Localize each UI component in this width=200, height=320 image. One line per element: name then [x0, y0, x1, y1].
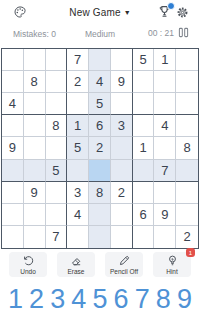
chevron-down-icon: ▼ — [124, 8, 131, 16]
cell-r4c8[interactable]: 4 — [154, 115, 176, 137]
cell-r2c5[interactable]: 4 — [89, 71, 111, 93]
cell-r6c3[interactable]: 5 — [46, 160, 68, 182]
numpad-digit-4[interactable]: 4 — [71, 286, 86, 313]
cell-r8c3[interactable] — [46, 204, 68, 226]
numpad-digit-2[interactable]: 2 — [29, 286, 44, 313]
cell-r6c4[interactable] — [67, 160, 89, 182]
cell-r3c3[interactable] — [46, 93, 68, 115]
eraser-icon — [70, 254, 83, 267]
cell-r3c9[interactable] — [176, 93, 198, 115]
cell-r9c7[interactable] — [133, 226, 155, 248]
hint-button[interactable]: Hint 1 — [153, 252, 191, 277]
cell-r3c4[interactable] — [67, 93, 89, 115]
cell-r5c5[interactable]: 2 — [89, 137, 111, 159]
pencil-label: Pencil Off — [110, 268, 138, 275]
cell-r9c2[interactable] — [24, 226, 46, 248]
cell-r5c9[interactable]: 8 — [176, 137, 198, 159]
numpad-digit-8[interactable]: 8 — [156, 286, 171, 313]
cell-r1c2[interactable] — [24, 49, 46, 71]
cell-r2c7[interactable] — [133, 71, 155, 93]
cell-r1c1[interactable] — [2, 49, 24, 71]
number-pad: 123456789 — [0, 282, 200, 316]
cell-r5c3[interactable] — [46, 137, 68, 159]
numpad-digit-1[interactable]: 1 — [8, 286, 23, 313]
cell-r7c4[interactable]: 3 — [67, 182, 89, 204]
cell-r8c8[interactable]: 9 — [154, 204, 176, 226]
pencil-toggle-button[interactable]: Pencil Off — [105, 252, 143, 277]
pause-button[interactable] — [178, 27, 189, 38]
undo-icon — [22, 254, 35, 267]
cell-r1c7[interactable]: 5 — [133, 49, 155, 71]
lightbulb-icon — [166, 254, 179, 267]
cell-r5c1[interactable]: 9 — [2, 137, 24, 159]
cell-r9c9[interactable]: 2 — [176, 226, 198, 248]
cell-r2c2[interactable]: 8 — [24, 71, 46, 93]
cell-r7c1[interactable] — [2, 182, 24, 204]
cell-r8c5[interactable] — [89, 204, 111, 226]
undo-label: Undo — [20, 268, 36, 275]
cell-r6c7[interactable] — [133, 160, 155, 182]
gear-icon — [176, 6, 189, 19]
page-title: New Game — [69, 7, 121, 18]
cell-r1c9[interactable] — [176, 49, 198, 71]
cell-r8c1[interactable] — [2, 204, 24, 226]
numpad-digit-9[interactable]: 9 — [177, 286, 192, 313]
hint-count-badge: 1 — [186, 248, 195, 257]
cell-r9c6[interactable] — [111, 226, 133, 248]
cell-r6c5[interactable] — [89, 160, 111, 182]
cell-r4c7[interactable] — [133, 115, 155, 137]
header: New Game ▼ — [0, 0, 200, 24]
cell-r3c5[interactable]: 5 — [89, 93, 111, 115]
timer-area: 00 : 21 — [148, 27, 189, 38]
cell-r2c8[interactable] — [154, 71, 176, 93]
cell-r4c4[interactable]: 1 — [67, 115, 89, 137]
cell-r8c7[interactable]: 6 — [133, 204, 155, 226]
cell-r1c6[interactable] — [111, 49, 133, 71]
cell-r7c2[interactable]: 9 — [24, 182, 46, 204]
cell-r3c2[interactable] — [24, 93, 46, 115]
cell-r7c9[interactable] — [176, 182, 198, 204]
numpad-digit-5[interactable]: 5 — [92, 286, 107, 313]
cell-r4c2[interactable] — [24, 115, 46, 137]
timer-value: 00 : 21 — [148, 28, 174, 38]
cell-r1c8[interactable]: 1 — [154, 49, 176, 71]
cell-r2c1[interactable] — [2, 71, 24, 93]
cell-r7c5[interactable]: 8 — [89, 182, 111, 204]
cell-r5c4[interactable]: 5 — [67, 137, 89, 159]
cell-r4c3[interactable]: 8 — [46, 115, 68, 137]
cell-r5c6[interactable] — [111, 137, 133, 159]
cell-r8c2[interactable] — [24, 204, 46, 226]
trophy-button[interactable] — [157, 4, 172, 19]
cell-r6c1[interactable] — [2, 160, 24, 182]
cell-r3c6[interactable] — [111, 93, 133, 115]
cell-r2c9[interactable] — [176, 71, 198, 93]
cell-r7c6[interactable]: 2 — [111, 182, 133, 204]
status-bar: Mistakes: 0 Medium 00 : 21 — [0, 24, 200, 46]
cell-r9c1[interactable] — [2, 226, 24, 248]
cell-r4c6[interactable]: 3 — [111, 115, 133, 137]
cell-r9c5[interactable] — [89, 226, 111, 248]
cell-r9c3[interactable]: 7 — [46, 226, 68, 248]
numpad-digit-3[interactable]: 3 — [50, 286, 65, 313]
erase-label: Erase — [68, 268, 85, 275]
cell-r4c1[interactable] — [2, 115, 24, 137]
cell-r9c4[interactable] — [67, 226, 89, 248]
cell-r8c6[interactable] — [111, 204, 133, 226]
pause-icon — [178, 27, 189, 38]
toolbar: Undo Erase Pencil Off H — [0, 252, 200, 280]
cell-r3c7[interactable] — [133, 93, 155, 115]
cell-r3c8[interactable] — [154, 93, 176, 115]
cell-r2c3[interactable] — [46, 71, 68, 93]
cell-r7c3[interactable] — [46, 182, 68, 204]
cell-r1c5[interactable] — [89, 49, 111, 71]
settings-button[interactable] — [175, 5, 189, 19]
cell-r5c7[interactable]: 1 — [133, 137, 155, 159]
pencil-icon — [118, 254, 131, 267]
cell-r7c7[interactable] — [133, 182, 155, 204]
cell-r5c2[interactable] — [24, 137, 46, 159]
cell-r2c6[interactable]: 9 — [111, 71, 133, 93]
cell-r6c6[interactable] — [111, 160, 133, 182]
cell-r5c8[interactable] — [154, 137, 176, 159]
cell-r6c9[interactable] — [176, 160, 198, 182]
cell-r9c8[interactable] — [154, 226, 176, 248]
cell-r3c1[interactable]: 4 — [2, 93, 24, 115]
trophy-notification-badge — [167, 2, 175, 10]
cell-r6c2[interactable] — [24, 160, 46, 182]
hint-label: Hint — [166, 268, 178, 275]
undo-button[interactable]: Undo — [9, 252, 47, 277]
cell-r8c4[interactable]: 4 — [67, 204, 89, 226]
cell-r8c9[interactable] — [176, 204, 198, 226]
numpad-digit-6[interactable]: 6 — [114, 286, 129, 313]
sudoku-grid: 751824945816349521857938246972 — [1, 48, 199, 249]
cell-r1c4[interactable]: 7 — [67, 49, 89, 71]
erase-button[interactable]: Erase — [57, 252, 95, 277]
cell-r4c9[interactable] — [176, 115, 198, 137]
cell-r2c4[interactable]: 2 — [67, 71, 89, 93]
cell-r1c3[interactable] — [46, 49, 68, 71]
cell-r6c8[interactable]: 7 — [154, 160, 176, 182]
cell-r4c5[interactable]: 6 — [89, 115, 111, 137]
cell-r7c8[interactable] — [154, 182, 176, 204]
numpad-digit-7[interactable]: 7 — [135, 286, 150, 313]
